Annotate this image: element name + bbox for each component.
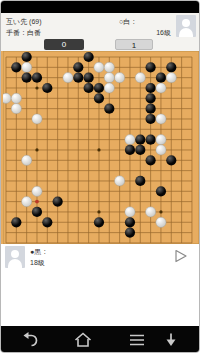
black-stone bbox=[84, 73, 94, 83]
white-stone bbox=[94, 62, 104, 72]
white-stone bbox=[156, 145, 166, 155]
black-stone bbox=[146, 135, 156, 145]
white-stone bbox=[156, 217, 166, 227]
game-type-label: 互い先 (69) bbox=[6, 17, 42, 27]
android-nav-bar bbox=[1, 326, 199, 353]
black-stone bbox=[156, 186, 166, 196]
black-stone bbox=[94, 217, 104, 227]
black-player-bar: ●黒： 18級 bbox=[1, 244, 199, 272]
content-spacer bbox=[1, 272, 199, 326]
white-stone bbox=[156, 135, 166, 145]
white-stone bbox=[125, 135, 135, 145]
black-stone bbox=[125, 145, 135, 155]
white-stone bbox=[22, 197, 32, 207]
play-forward-button[interactable] bbox=[173, 248, 189, 264]
avatar-torso-icon bbox=[179, 28, 193, 37]
capture-counters: 0 1 bbox=[1, 39, 199, 50]
collapse-button[interactable] bbox=[161, 331, 181, 349]
white-stone bbox=[125, 207, 135, 217]
white-stone bbox=[104, 62, 114, 72]
black-stone bbox=[32, 73, 42, 83]
white-stone bbox=[115, 73, 125, 83]
avatar-torso-icon bbox=[8, 259, 22, 268]
black-stone bbox=[94, 83, 104, 93]
white-stone bbox=[11, 104, 21, 114]
black-player-label: ●黒： bbox=[30, 247, 48, 257]
black-stone bbox=[166, 62, 176, 72]
black-stone bbox=[156, 73, 166, 83]
go-board[interactable] bbox=[3, 51, 199, 244]
white-stone bbox=[11, 93, 21, 103]
white-stone bbox=[22, 155, 32, 165]
black-player-rank: 18級 bbox=[30, 258, 45, 268]
home-button[interactable] bbox=[73, 331, 93, 349]
black-stone bbox=[94, 93, 104, 103]
go-board-area[interactable] bbox=[1, 51, 199, 244]
back-button[interactable] bbox=[19, 331, 39, 349]
white-player-rank: 16級 bbox=[156, 28, 171, 38]
black-stone bbox=[125, 217, 135, 227]
black-stone bbox=[146, 114, 156, 124]
black-stone bbox=[146, 155, 156, 165]
black-stone bbox=[146, 62, 156, 72]
app-window: 互い先 (69) 手番：白番 ○白： 16級 0 1 ●黒： 18級 bbox=[0, 0, 200, 353]
black-stone bbox=[73, 62, 83, 72]
black-stone bbox=[135, 145, 145, 155]
move-marker bbox=[35, 200, 39, 204]
white-stone bbox=[22, 62, 32, 72]
black-stone bbox=[146, 104, 156, 114]
black-stone bbox=[146, 83, 156, 93]
black-player-avatar bbox=[5, 246, 25, 268]
turn-indicator: 手番：白番 bbox=[6, 28, 41, 38]
black-stone bbox=[42, 217, 52, 227]
white-stone bbox=[146, 207, 156, 217]
white-player-label: ○白： bbox=[119, 17, 137, 27]
white-stone bbox=[104, 83, 114, 93]
white-stone bbox=[166, 73, 176, 83]
black-stone bbox=[166, 155, 176, 165]
white-stone bbox=[156, 114, 166, 124]
white-stone bbox=[32, 186, 42, 196]
black-stone bbox=[135, 135, 145, 145]
black-stone bbox=[53, 197, 63, 207]
status-bar bbox=[1, 1, 199, 13]
black-stone bbox=[125, 228, 135, 238]
black-stone bbox=[22, 73, 32, 83]
menu-button[interactable] bbox=[127, 331, 147, 349]
black-stone bbox=[32, 207, 42, 217]
white-stone bbox=[3, 93, 11, 103]
black-stone bbox=[73, 73, 83, 83]
black-stone bbox=[84, 52, 94, 62]
black-stone bbox=[11, 217, 21, 227]
white-stone bbox=[32, 114, 42, 124]
white-captures-counter: 1 bbox=[115, 39, 153, 50]
white-stone bbox=[115, 176, 125, 186]
black-stone bbox=[42, 83, 52, 93]
black-stone bbox=[11, 62, 21, 72]
game-info-header: 互い先 (69) 手番：白番 ○白： 16級 0 1 bbox=[1, 13, 199, 51]
black-stone bbox=[135, 176, 145, 186]
avatar-head-icon bbox=[182, 19, 190, 27]
black-stone bbox=[22, 52, 32, 62]
white-stone bbox=[135, 73, 145, 83]
black-captures-counter: 0 bbox=[44, 39, 84, 50]
white-stone bbox=[63, 73, 73, 83]
white-stone bbox=[156, 83, 166, 93]
black-stone bbox=[104, 104, 114, 114]
black-stone bbox=[146, 93, 156, 103]
black-stone bbox=[84, 83, 94, 93]
white-stone bbox=[104, 73, 114, 83]
white-player-avatar bbox=[176, 15, 196, 37]
avatar-head-icon bbox=[11, 250, 19, 258]
